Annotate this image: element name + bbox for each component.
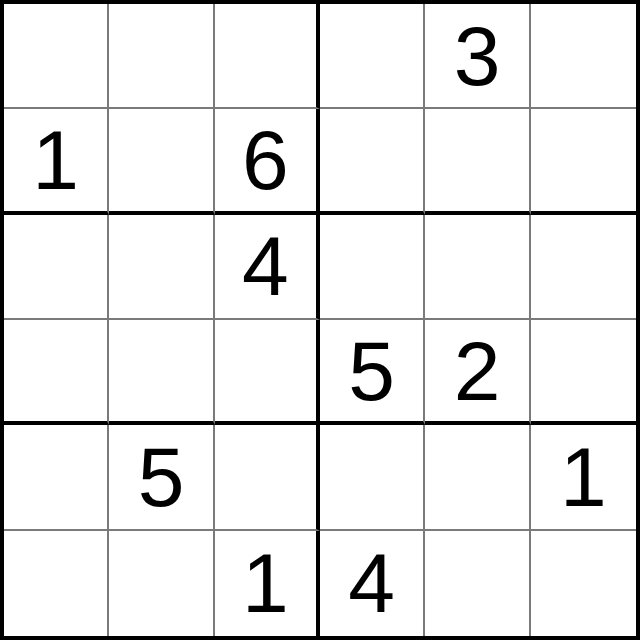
cell-r5c1[interactable] [4, 425, 109, 530]
cell-r3c3[interactable]: 4 [215, 215, 320, 320]
cell-r6c2[interactable] [109, 531, 214, 636]
cell-r5c3[interactable] [215, 425, 320, 530]
cell-r5c4[interactable] [320, 425, 425, 530]
cell-r2c1[interactable]: 1 [4, 109, 109, 214]
cell-r1c3[interactable] [215, 4, 320, 109]
cell-r5c2[interactable]: 5 [109, 425, 214, 530]
cell-r2c6[interactable] [531, 109, 636, 214]
cell-r3c5[interactable] [425, 215, 530, 320]
cell-r3c4[interactable] [320, 215, 425, 320]
cell-r1c6[interactable] [531, 4, 636, 109]
cell-r1c5[interactable]: 3 [425, 4, 530, 109]
cell-r4c5[interactable]: 2 [425, 320, 530, 425]
cell-r4c1[interactable] [4, 320, 109, 425]
cell-r6c4[interactable]: 4 [320, 531, 425, 636]
sudoku-board: 3164525114 [0, 0, 640, 640]
cell-r2c4[interactable] [320, 109, 425, 214]
cell-r1c1[interactable] [4, 4, 109, 109]
cell-r3c2[interactable] [109, 215, 214, 320]
cell-r4c3[interactable] [215, 320, 320, 425]
cell-r1c2[interactable] [109, 4, 214, 109]
cell-r3c1[interactable] [4, 215, 109, 320]
cell-r6c6[interactable] [531, 531, 636, 636]
cell-r5c6[interactable]: 1 [531, 425, 636, 530]
cell-r4c6[interactable] [531, 320, 636, 425]
cell-r2c5[interactable] [425, 109, 530, 214]
cell-r2c3[interactable]: 6 [215, 109, 320, 214]
cell-r6c3[interactable]: 1 [215, 531, 320, 636]
cell-r3c6[interactable] [531, 215, 636, 320]
cell-r1c4[interactable] [320, 4, 425, 109]
cell-r2c2[interactable] [109, 109, 214, 214]
cell-r4c4[interactable]: 5 [320, 320, 425, 425]
cell-r5c5[interactable] [425, 425, 530, 530]
cell-r4c2[interactable] [109, 320, 214, 425]
cell-r6c5[interactable] [425, 531, 530, 636]
cell-r6c1[interactable] [4, 531, 109, 636]
